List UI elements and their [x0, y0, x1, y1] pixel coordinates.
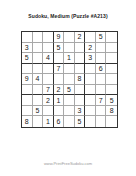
sudoku-cell-r6c5: 5	[64, 85, 75, 96]
sudoku-cell-r6c1	[22, 85, 33, 96]
sudoku-cell-r6c8	[96, 85, 107, 96]
sudoku-cell-r7c8: 7	[96, 95, 107, 106]
sudoku-cell-r7c1	[22, 95, 33, 106]
sudoku-cell-r7c9: 5	[106, 95, 117, 106]
sudoku-cell-r1c1	[22, 32, 33, 43]
sudoku-cell-r6c7	[85, 85, 96, 96]
sudoku-page: Sudoku, Medium (Puzzle #A213) 9253525413…	[0, 0, 136, 176]
sudoku-cell-r5c9	[106, 74, 117, 85]
sudoku-cell-r2c5	[64, 43, 75, 54]
sudoku-cell-r7c5	[64, 95, 75, 106]
sudoku-cell-r3c8	[96, 53, 107, 64]
sudoku-cell-r3c6	[75, 53, 86, 64]
sudoku-cell-r8c4	[54, 106, 65, 117]
sudoku-cell-r9c7	[85, 116, 96, 127]
sudoku-cell-r2c6	[75, 43, 86, 54]
sudoku-cell-r3c2	[33, 53, 44, 64]
sudoku-cell-r7c3: 2	[43, 95, 54, 106]
sudoku-cell-r5c4	[54, 74, 65, 85]
sudoku-cell-r2c9	[106, 43, 117, 54]
sudoku-cell-r7c2	[33, 95, 44, 106]
sudoku-cell-r6c4: 2	[54, 85, 65, 96]
sudoku-cell-r5c6: 8	[75, 74, 86, 85]
sudoku-cell-r8c2: 5	[33, 106, 44, 117]
sudoku-cell-r3c1: 5	[22, 53, 33, 64]
puzzle-title: Sudoku, Medium (Puzzle #A213)	[0, 13, 136, 19]
sudoku-cell-r6c2	[33, 85, 44, 96]
sudoku-cell-r3c5: 1	[64, 53, 75, 64]
sudoku-cell-r2c4: 5	[54, 43, 65, 54]
sudoku-cell-r3c9	[106, 53, 117, 64]
sudoku-cell-r5c7	[85, 74, 96, 85]
sudoku-cell-r9c2	[33, 116, 44, 127]
sudoku-cell-r4c9	[106, 64, 117, 75]
sudoku-cell-r4c2	[33, 64, 44, 75]
sudoku-cell-r4c1	[22, 64, 33, 75]
sudoku-cell-r4c4: 7	[54, 64, 65, 75]
footer-url: www.PrintFreeSudoku.com	[0, 161, 136, 166]
sudoku-cell-r8c1	[22, 106, 33, 117]
sudoku-cell-r9c8	[96, 116, 107, 127]
sudoku-cell-r4c6	[75, 64, 86, 75]
sudoku-cell-r2c8	[96, 43, 107, 54]
sudoku-cell-r2c3	[43, 43, 54, 54]
sudoku-cell-r2c7: 2	[85, 43, 96, 54]
sudoku-cell-r8c7	[85, 106, 96, 117]
sudoku-cell-r8c9: 8	[106, 106, 117, 117]
sudoku-cell-r8c8	[96, 106, 107, 117]
sudoku-cell-r2c1: 3	[22, 43, 33, 54]
sudoku-cell-r7c6	[75, 95, 86, 106]
sudoku-cell-r4c5	[64, 64, 75, 75]
sudoku-cell-r4c3	[43, 64, 54, 75]
sudoku-cell-r6c3: 7	[43, 85, 54, 96]
sudoku-cell-r7c4: 1	[54, 95, 65, 106]
sudoku-cell-r5c5	[64, 74, 75, 85]
sudoku-cell-r4c8: 6	[96, 64, 107, 75]
sudoku-cell-r8c6: 3	[75, 106, 86, 117]
sudoku-cell-r1c9	[106, 32, 117, 43]
sudoku-cell-r5c2: 4	[33, 74, 44, 85]
sudoku-cell-r9c6: 5	[75, 116, 86, 127]
sudoku-cell-r1c7	[85, 32, 96, 43]
sudoku-cell-r9c4: 6	[54, 116, 65, 127]
sudoku-cell-r3c4	[54, 53, 65, 64]
sudoku-cell-r5c8	[96, 74, 107, 85]
sudoku-cell-r6c9	[106, 85, 117, 96]
sudoku-cell-r1c3	[43, 32, 54, 43]
sudoku-cell-r7c7	[85, 95, 96, 106]
sudoku-cell-r1c4: 9	[54, 32, 65, 43]
sudoku-cell-r9c9	[106, 116, 117, 127]
sudoku-cell-r5c1: 9	[22, 74, 33, 85]
sudoku-cell-r3c3: 4	[43, 53, 54, 64]
sudoku-cell-r3c7: 3	[85, 53, 96, 64]
sudoku-cell-r1c2	[33, 32, 44, 43]
sudoku-cell-r6c6	[75, 85, 86, 96]
sudoku-cell-r1c8: 5	[96, 32, 107, 43]
sudoku-cell-r9c5	[64, 116, 75, 127]
sudoku-cell-r9c3: 1	[43, 116, 54, 127]
sudoku-cell-r4c7	[85, 64, 96, 75]
sudoku-cell-r8c5	[64, 106, 75, 117]
sudoku-board: 92535254137694872521755388165	[21, 31, 118, 128]
sudoku-cell-r1c5	[64, 32, 75, 43]
sudoku-cell-r5c3	[43, 74, 54, 85]
sudoku-cell-r1c6: 2	[75, 32, 86, 43]
sudoku-cell-r2c2	[33, 43, 44, 54]
sudoku-cell-r9c1: 8	[22, 116, 33, 127]
sudoku-cell-r8c3	[43, 106, 54, 117]
